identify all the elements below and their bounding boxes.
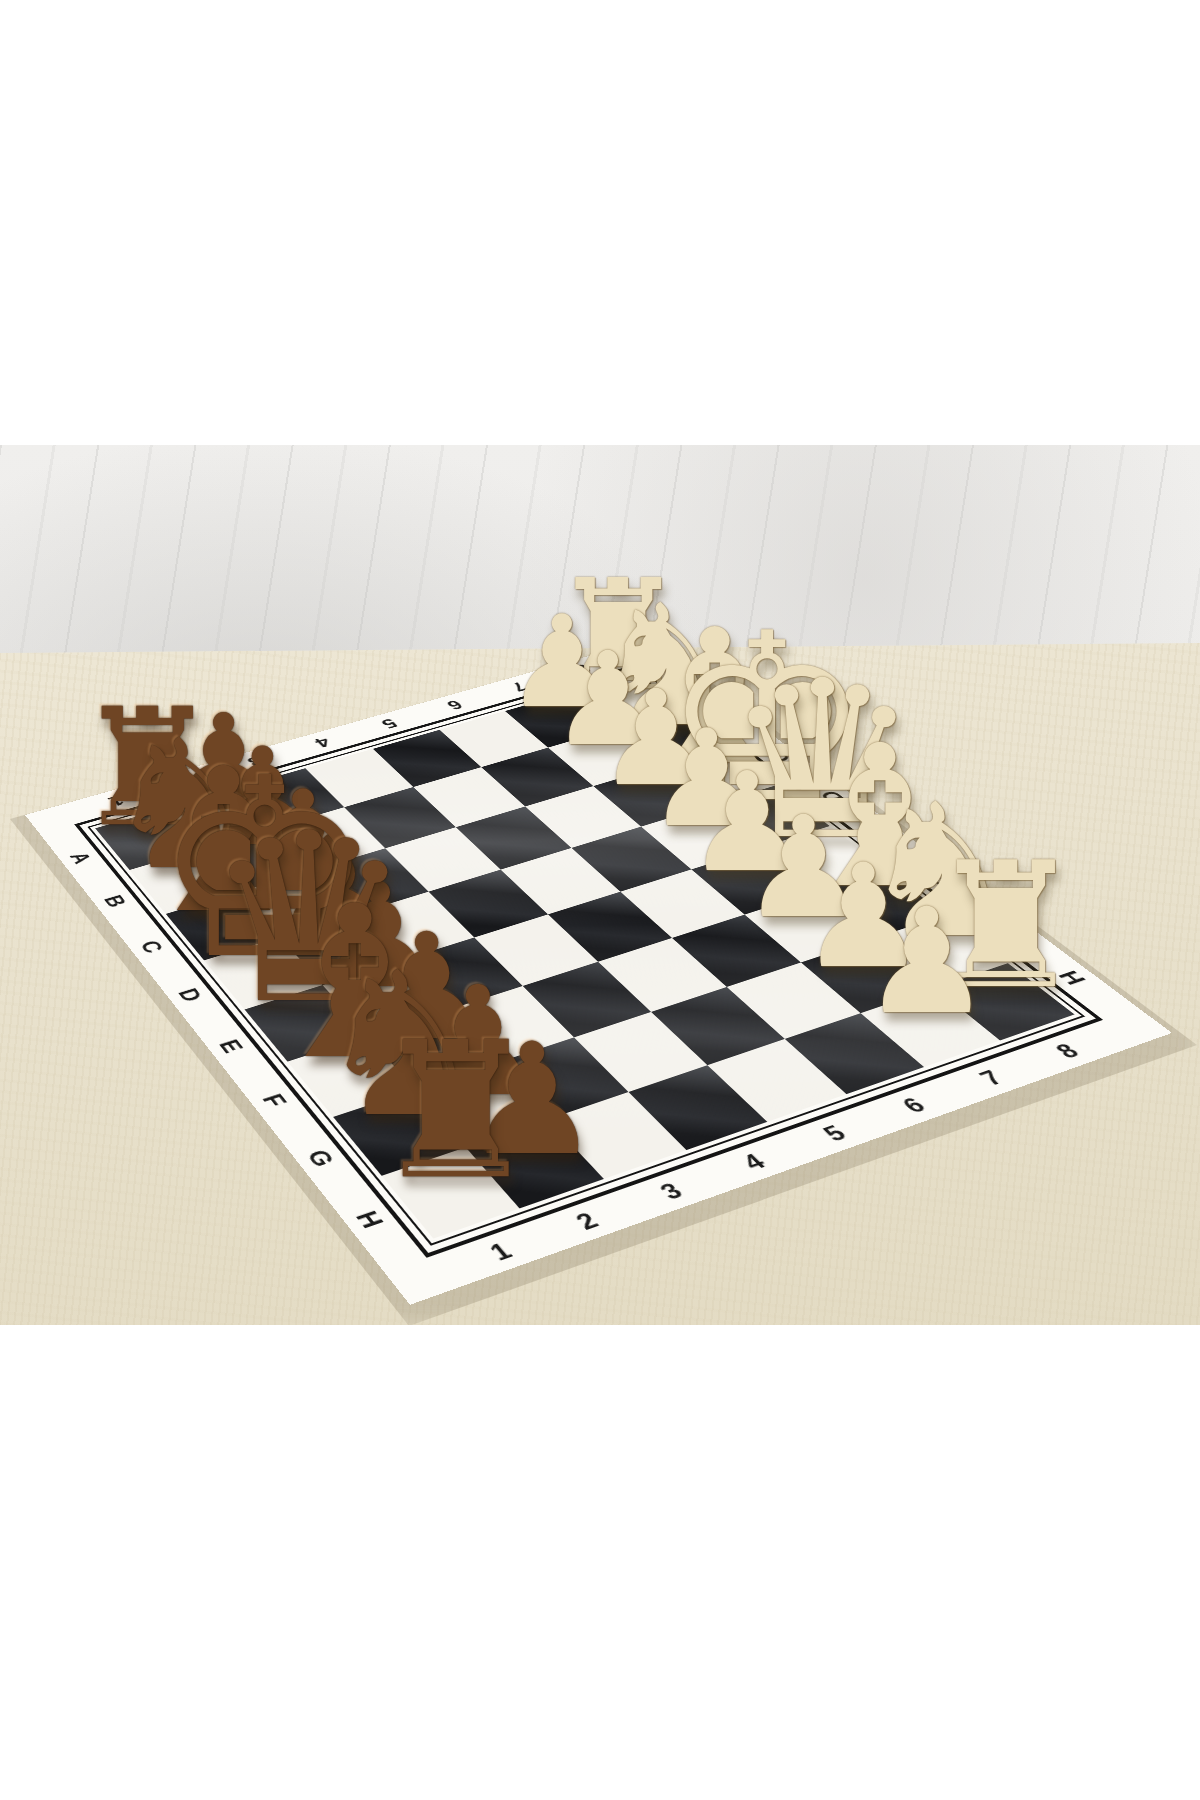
rank-label-right-5: 5 (817, 1121, 853, 1146)
rank-label-right-6: 6 (896, 1093, 932, 1118)
product-photo: AA11BB22CC33DD44EE55FF66GG77HH88 ♜♟♞♟♝♟♚… (0, 445, 1200, 1325)
dark-rook-h1[interactable]: ♜ (372, 1017, 541, 1205)
light-pawn-h7[interactable]: ♟ (861, 888, 992, 1034)
rank-label-right-1: 1 (484, 1238, 518, 1266)
rank-label-right-3: 3 (654, 1178, 689, 1205)
rank-label-right-7: 7 (973, 1066, 1010, 1090)
rank-label-left-5: 5 (377, 716, 402, 732)
rank-label-right-8: 8 (1049, 1039, 1086, 1063)
rank-label-right-2: 2 (570, 1208, 605, 1235)
rank-label-left-6: 6 (442, 697, 467, 712)
rank-label-right-4: 4 (736, 1149, 772, 1175)
